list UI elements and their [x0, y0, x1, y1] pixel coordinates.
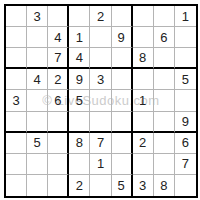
cell-r3c4[interactable]: 4 [69, 48, 90, 69]
cell-r6c1[interactable] [6, 112, 27, 133]
cell-r7c7[interactable]: 2 [133, 133, 154, 154]
cell-r1c3[interactable] [48, 6, 69, 27]
cell-r2c3[interactable]: 4 [48, 27, 69, 48]
cell-r8c9[interactable]: 7 [175, 154, 196, 175]
cell-r7c9[interactable]: 6 [175, 133, 196, 154]
cell-r1c7[interactable] [133, 6, 154, 27]
cell-r6c7[interactable] [133, 112, 154, 133]
cell-r3c6[interactable] [112, 48, 133, 69]
cell-r4c8[interactable] [154, 69, 175, 90]
cell-r4c6[interactable] [112, 69, 133, 90]
cell-r3c8[interactable] [154, 48, 175, 69]
cell-r3c5[interactable] [90, 48, 111, 69]
cell-r6c9[interactable]: 9 [175, 112, 196, 133]
cell-r4c7[interactable] [133, 69, 154, 90]
cell-r6c8[interactable] [154, 112, 175, 133]
cell-r4c4[interactable]: 9 [69, 69, 90, 90]
cell-r1c1[interactable] [6, 6, 27, 27]
cell-r7c2[interactable]: 5 [27, 133, 48, 154]
cell-r1c2[interactable]: 3 [27, 6, 48, 27]
cell-r2c1[interactable] [6, 27, 27, 48]
cell-r6c4[interactable] [69, 112, 90, 133]
cell-r5c5[interactable] [90, 90, 111, 111]
cell-r4c5[interactable]: 3 [90, 69, 111, 90]
cell-r5c7[interactable]: 1 [133, 90, 154, 111]
cell-r7c6[interactable] [112, 133, 133, 154]
cell-r1c5[interactable]: 2 [90, 6, 111, 27]
cell-r7c3[interactable] [48, 133, 69, 154]
cell-r3c2[interactable] [27, 48, 48, 69]
cell-r4c3[interactable]: 2 [48, 69, 69, 90]
cell-r1c9[interactable]: 1 [175, 6, 196, 27]
cell-r6c3[interactable] [48, 112, 69, 133]
cell-r2c5[interactable] [90, 27, 111, 48]
cell-r8c5[interactable]: 1 [90, 154, 111, 175]
cell-r5c8[interactable] [154, 90, 175, 111]
cell-r5c4[interactable]: 5 [69, 90, 90, 111]
cell-r1c4[interactable] [69, 6, 90, 27]
cell-r9c6[interactable]: 5 [112, 175, 133, 196]
cell-r2c9[interactable] [175, 27, 196, 48]
cell-r3c1[interactable] [6, 48, 27, 69]
cell-r5c2[interactable] [27, 90, 48, 111]
cell-r7c1[interactable] [6, 133, 27, 154]
cell-r7c8[interactable] [154, 133, 175, 154]
cell-r6c2[interactable] [27, 112, 48, 133]
cell-r7c5[interactable]: 7 [90, 133, 111, 154]
cell-r5c9[interactable] [175, 90, 196, 111]
cell-r9c4[interactable]: 2 [69, 175, 90, 196]
cell-r9c1[interactable] [6, 175, 27, 196]
cell-r8c2[interactable] [27, 154, 48, 175]
cell-r2c8[interactable]: 6 [154, 27, 175, 48]
cell-r8c4[interactable] [69, 154, 90, 175]
cell-r4c2[interactable]: 4 [27, 69, 48, 90]
cell-r5c3[interactable]: 6 [48, 90, 69, 111]
cell-r7c4[interactable]: 8 [69, 133, 90, 154]
cell-r9c5[interactable] [90, 175, 111, 196]
cell-r8c8[interactable] [154, 154, 175, 175]
cell-r8c1[interactable] [6, 154, 27, 175]
cell-r1c6[interactable] [112, 6, 133, 27]
cell-r9c9[interactable] [175, 175, 196, 196]
cell-r5c1[interactable]: 3 [6, 90, 27, 111]
cell-r9c8[interactable]: 8 [154, 175, 175, 196]
cell-r5c6[interactable] [112, 90, 133, 111]
cell-r2c2[interactable] [27, 27, 48, 48]
cell-r4c1[interactable] [6, 69, 27, 90]
cell-r3c7[interactable]: 8 [133, 48, 154, 69]
cell-r1c8[interactable] [154, 6, 175, 27]
cell-r8c7[interactable] [133, 154, 154, 175]
cell-r2c4[interactable]: 1 [69, 27, 90, 48]
cell-r9c7[interactable]: 3 [133, 175, 154, 196]
cell-r8c6[interactable] [112, 154, 133, 175]
cell-r6c6[interactable] [112, 112, 133, 133]
cell-r9c3[interactable] [48, 175, 69, 196]
cell-r6c5[interactable] [90, 112, 111, 133]
cell-r3c9[interactable] [175, 48, 196, 69]
cell-r2c7[interactable] [133, 27, 154, 48]
cell-r9c2[interactable] [27, 175, 48, 196]
cell-r4c9[interactable]: 5 [175, 69, 196, 90]
sudoku-grid: 3214196748429353651958726172538 [6, 6, 196, 196]
cell-r3c3[interactable]: 7 [48, 48, 69, 69]
cell-r2c6[interactable]: 9 [112, 27, 133, 48]
cell-r8c3[interactable] [48, 154, 69, 175]
sudoku-board: © LiveSudoku.com 32141967484293536519587… [4, 4, 198, 198]
